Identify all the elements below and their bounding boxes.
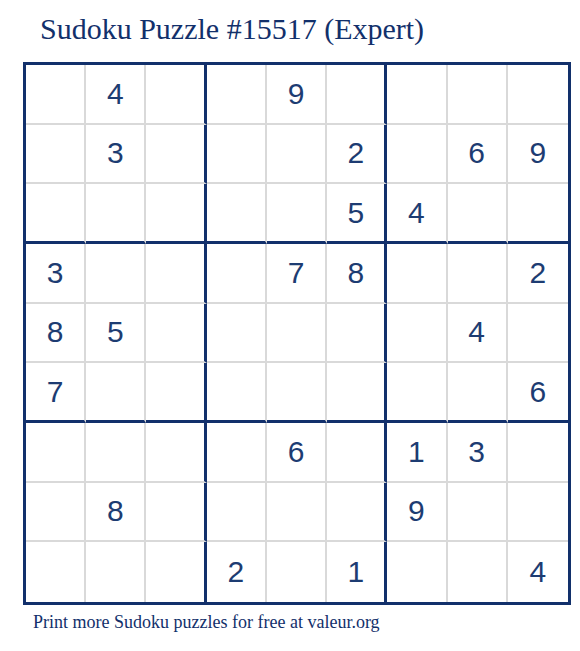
- cell-r4c5: 7: [267, 244, 327, 304]
- cell-r2c3: [146, 125, 206, 185]
- cell-r6c3: [146, 363, 206, 423]
- cell-r5c5: [267, 304, 327, 364]
- cell-r4c7: [387, 244, 447, 304]
- cell-r4c8: [448, 244, 508, 304]
- footer-text: Print more Sudoku puzzles for free at va…: [33, 612, 380, 633]
- cell-r1c7: [387, 65, 447, 125]
- cell-r2c5: [267, 125, 327, 185]
- cell-r3c1: [26, 184, 86, 244]
- cell-r3c9: [508, 184, 568, 244]
- cell-r6c7: [387, 363, 447, 423]
- cell-r8c8: [448, 483, 508, 543]
- cell-r2c8: 6: [448, 125, 508, 185]
- cell-r5c4: [207, 304, 267, 364]
- cell-r7c3: [146, 423, 206, 483]
- cell-r9c7: [387, 542, 447, 602]
- cell-r3c5: [267, 184, 327, 244]
- cell-r8c7: 9: [387, 483, 447, 543]
- cell-r1c1: [26, 65, 86, 125]
- cell-r2c6: 2: [327, 125, 387, 185]
- cell-r4c2: [86, 244, 146, 304]
- cell-r7c1: [26, 423, 86, 483]
- cell-r6c8: [448, 363, 508, 423]
- cell-r2c1: [26, 125, 86, 185]
- cell-r3c2: [86, 184, 146, 244]
- cell-r7c2: [86, 423, 146, 483]
- cell-r9c9: 4: [508, 542, 568, 602]
- cell-r9c3: [146, 542, 206, 602]
- cell-r3c8: [448, 184, 508, 244]
- cell-r7c8: 3: [448, 423, 508, 483]
- cell-r6c9: 6: [508, 363, 568, 423]
- cell-r1c2: 4: [86, 65, 146, 125]
- cell-r5c9: [508, 304, 568, 364]
- cell-r5c1: 8: [26, 304, 86, 364]
- cell-r6c4: [207, 363, 267, 423]
- cell-r4c1: 3: [26, 244, 86, 304]
- cell-r9c8: [448, 542, 508, 602]
- cell-r8c9: [508, 483, 568, 543]
- cell-r7c5: 6: [267, 423, 327, 483]
- cell-r6c6: [327, 363, 387, 423]
- cell-r3c7: 4: [387, 184, 447, 244]
- cell-r6c5: [267, 363, 327, 423]
- cell-r3c6: 5: [327, 184, 387, 244]
- cell-r4c6: 8: [327, 244, 387, 304]
- cell-r1c3: [146, 65, 206, 125]
- cell-r2c9: 9: [508, 125, 568, 185]
- cell-r7c7: 1: [387, 423, 447, 483]
- cell-r5c6: [327, 304, 387, 364]
- cell-r5c3: [146, 304, 206, 364]
- cell-r3c4: [207, 184, 267, 244]
- cell-r3c3: [146, 184, 206, 244]
- cell-r2c2: 3: [86, 125, 146, 185]
- cell-r4c4: [207, 244, 267, 304]
- cell-r2c4: [207, 125, 267, 185]
- cell-r5c8: 4: [448, 304, 508, 364]
- cell-r8c2: 8: [86, 483, 146, 543]
- puzzle-title: Sudoku Puzzle #15517 (Expert): [40, 12, 424, 46]
- cell-r6c1: 7: [26, 363, 86, 423]
- cell-r2c7: [387, 125, 447, 185]
- cell-r8c1: [26, 483, 86, 543]
- cell-r7c9: [508, 423, 568, 483]
- cell-r1c6: [327, 65, 387, 125]
- sudoku-board: 4932695437828547661389214: [23, 62, 571, 605]
- cell-r9c2: [86, 542, 146, 602]
- cell-r1c4: [207, 65, 267, 125]
- cell-r4c9: 2: [508, 244, 568, 304]
- cell-r9c5: [267, 542, 327, 602]
- cell-r4c3: [146, 244, 206, 304]
- cell-r5c7: [387, 304, 447, 364]
- cell-r8c4: [207, 483, 267, 543]
- cell-r7c6: [327, 423, 387, 483]
- cell-r8c5: [267, 483, 327, 543]
- cell-r9c1: [26, 542, 86, 602]
- cell-r9c6: 1: [327, 542, 387, 602]
- cell-r6c2: [86, 363, 146, 423]
- cell-r1c5: 9: [267, 65, 327, 125]
- cell-r5c2: 5: [86, 304, 146, 364]
- cell-r9c4: 2: [207, 542, 267, 602]
- cell-r8c3: [146, 483, 206, 543]
- cell-r7c4: [207, 423, 267, 483]
- cell-r8c6: [327, 483, 387, 543]
- cell-r1c9: [508, 65, 568, 125]
- cell-r1c8: [448, 65, 508, 125]
